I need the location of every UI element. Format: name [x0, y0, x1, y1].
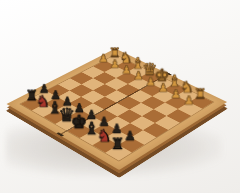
piece-black-rook[interactable]: ♜ [109, 134, 127, 154]
piece-white-pawn[interactable]: ♟ [181, 91, 198, 109]
chessboard-photo-scene: ♜♞♝♛♚♝♞♜♟♟♟♟♟♟♟♟♟♟♟♟♟♟♟♟♜♞♝♛♚♝♞♜ [0, 0, 240, 193]
